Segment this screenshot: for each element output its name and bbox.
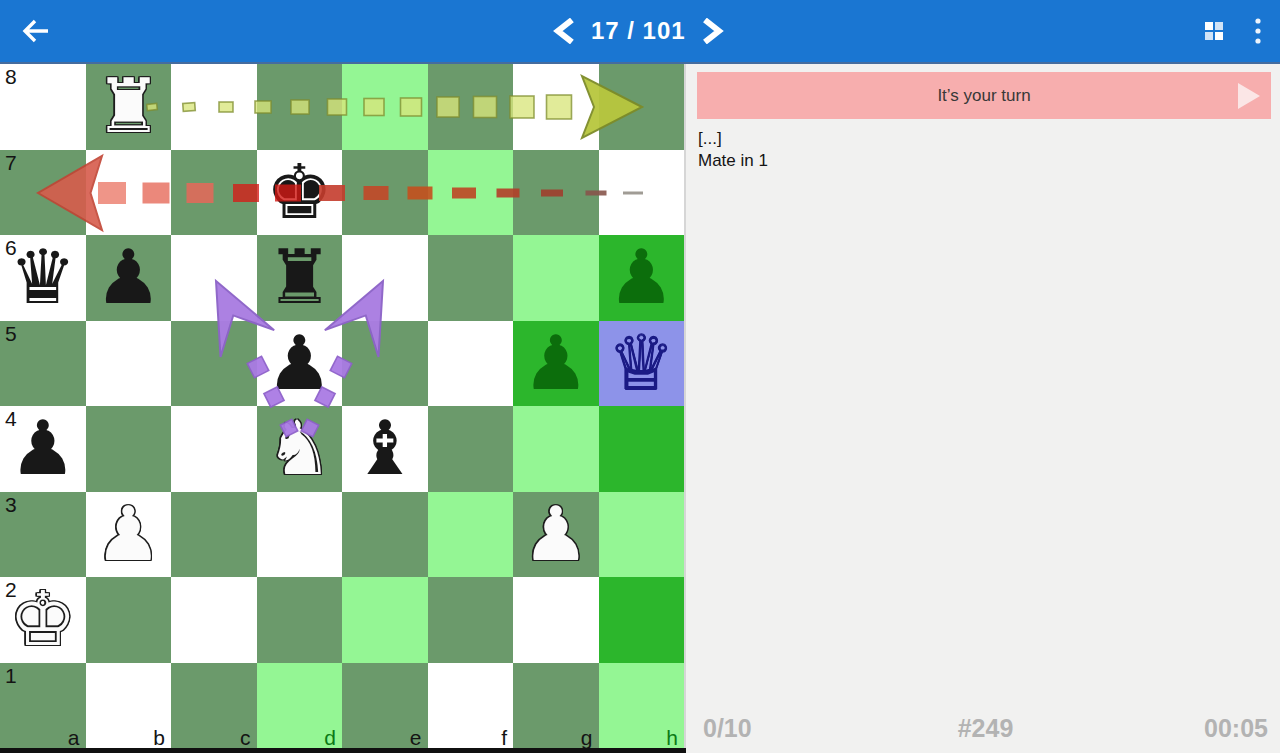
square-h7[interactable] bbox=[599, 150, 685, 236]
file-label-f: f bbox=[501, 726, 507, 750]
piece-white-queen-h5: ♕ bbox=[608, 326, 675, 401]
square-e7[interactable] bbox=[342, 150, 428, 236]
rank-label-7: 7 bbox=[5, 150, 17, 176]
file-label-a: a bbox=[68, 726, 80, 750]
play-icon bbox=[1238, 83, 1260, 109]
square-f8[interactable] bbox=[428, 64, 514, 150]
square-g2[interactable] bbox=[513, 577, 599, 663]
square-g6[interactable] bbox=[513, 235, 599, 321]
square-b5[interactable] bbox=[86, 321, 172, 407]
square-h6[interactable]: ♟ bbox=[599, 235, 685, 321]
file-label-b: b bbox=[153, 726, 165, 750]
puzzle-navigation: 17 / 101 bbox=[553, 0, 724, 62]
rank-label-6: 6 bbox=[5, 235, 17, 261]
square-a8[interactable]: 8 bbox=[0, 64, 86, 150]
square-d4[interactable]: ♞ bbox=[257, 406, 343, 492]
square-b7[interactable] bbox=[86, 150, 172, 236]
file-label-d: d bbox=[324, 726, 336, 750]
next-puzzle-chevron-icon[interactable] bbox=[702, 18, 724, 44]
piece-black-king-d7: ♚ bbox=[266, 155, 333, 230]
back-arrow-icon[interactable] bbox=[20, 15, 52, 47]
piece-black-pawn-h6: ♟ bbox=[608, 240, 675, 315]
square-e4[interactable]: ♝ bbox=[342, 406, 428, 492]
square-e6[interactable] bbox=[342, 235, 428, 321]
square-f5[interactable] bbox=[428, 321, 514, 407]
square-a6[interactable]: ♛6 bbox=[0, 235, 86, 321]
square-d3[interactable] bbox=[257, 492, 343, 578]
square-f1[interactable]: f bbox=[428, 663, 514, 749]
top-app-bar: 17 / 101 bbox=[0, 0, 1280, 62]
piece-white-rook-b8: ♜ bbox=[95, 69, 162, 144]
history-placeholder: [...] bbox=[698, 128, 1280, 150]
square-f4[interactable] bbox=[428, 406, 514, 492]
square-b6[interactable]: ♟ bbox=[86, 235, 172, 321]
square-c1[interactable]: c bbox=[171, 663, 257, 749]
square-a4[interactable]: ♟4 bbox=[0, 406, 86, 492]
rank-label-4: 4 bbox=[5, 406, 17, 432]
square-h1[interactable]: h bbox=[599, 663, 685, 749]
rank-label-5: 5 bbox=[5, 321, 17, 347]
square-e1[interactable]: e bbox=[342, 663, 428, 749]
square-g8[interactable] bbox=[513, 64, 599, 150]
rank-label-2: 2 bbox=[5, 577, 17, 603]
puzzle-counter: 17 / 101 bbox=[591, 17, 686, 45]
square-g1[interactable]: g bbox=[513, 663, 599, 749]
board-bottom-border bbox=[0, 748, 686, 753]
square-a7[interactable]: 7 bbox=[0, 150, 86, 236]
square-e2[interactable] bbox=[342, 577, 428, 663]
square-g3[interactable]: ♟ bbox=[513, 492, 599, 578]
square-f2[interactable] bbox=[428, 577, 514, 663]
overflow-menu-icon[interactable] bbox=[1254, 18, 1262, 44]
side-panel: It’s your turn [...] Mate in 1 0/10 #249… bbox=[686, 64, 1280, 753]
square-c5[interactable] bbox=[171, 321, 257, 407]
piece-black-pawn-b6: ♟ bbox=[95, 240, 162, 315]
square-h5[interactable]: ♕ bbox=[599, 321, 685, 407]
square-a3[interactable]: 3 bbox=[0, 492, 86, 578]
piece-white-pawn-b3: ♟ bbox=[95, 497, 162, 572]
square-b8[interactable]: ♜ bbox=[86, 64, 172, 150]
square-f3[interactable] bbox=[428, 492, 514, 578]
square-h3[interactable] bbox=[599, 492, 685, 578]
turn-banner-label: It’s your turn bbox=[937, 86, 1030, 106]
puzzle-goal: Mate in 1 bbox=[698, 150, 1280, 172]
square-h4[interactable] bbox=[599, 406, 685, 492]
square-c2[interactable] bbox=[171, 577, 257, 663]
file-label-h: h bbox=[666, 726, 678, 750]
square-c4[interactable] bbox=[171, 406, 257, 492]
square-d8[interactable] bbox=[257, 64, 343, 150]
piece-black-pawn-g5: ♟ bbox=[522, 326, 589, 401]
square-a2[interactable]: ♚2 bbox=[0, 577, 86, 663]
rank-label-1: 1 bbox=[5, 663, 17, 689]
square-a5[interactable]: 5 bbox=[0, 321, 86, 407]
square-c3[interactable] bbox=[171, 492, 257, 578]
square-d1[interactable]: d bbox=[257, 663, 343, 749]
piece-white-king-a2: ♚ bbox=[9, 582, 76, 657]
square-b4[interactable] bbox=[86, 406, 172, 492]
square-g7[interactable] bbox=[513, 150, 599, 236]
square-f6[interactable] bbox=[428, 235, 514, 321]
piece-black-queen-a6: ♛ bbox=[9, 240, 76, 315]
square-h8[interactable] bbox=[599, 64, 685, 150]
status-bar: 0/10 #249 00:05 bbox=[686, 714, 1280, 743]
file-label-c: c bbox=[240, 726, 251, 750]
piece-black-rook-d6: ♜ bbox=[266, 240, 333, 315]
square-e3[interactable] bbox=[342, 492, 428, 578]
square-a1[interactable]: 1a bbox=[0, 663, 86, 749]
square-d7[interactable]: ♚ bbox=[257, 150, 343, 236]
square-d6[interactable]: ♜ bbox=[257, 235, 343, 321]
square-d2[interactable] bbox=[257, 577, 343, 663]
piece-white-pawn-g3: ♟ bbox=[522, 497, 589, 572]
square-c8[interactable] bbox=[171, 64, 257, 150]
square-h2[interactable] bbox=[599, 577, 685, 663]
square-c6[interactable] bbox=[171, 235, 257, 321]
score-counter: 0/10 bbox=[703, 714, 891, 743]
square-e8[interactable] bbox=[342, 64, 428, 150]
square-g4[interactable] bbox=[513, 406, 599, 492]
square-f7[interactable] bbox=[428, 150, 514, 236]
turn-banner[interactable]: It’s your turn bbox=[697, 72, 1271, 119]
piece-white-knight-d4: ♞ bbox=[266, 411, 333, 486]
grid-view-icon[interactable] bbox=[1204, 21, 1224, 41]
square-e5[interactable] bbox=[342, 321, 428, 407]
file-label-g: g bbox=[581, 726, 593, 750]
piece-black-pawn-d5: ♟ bbox=[266, 326, 333, 401]
square-g5[interactable]: ♟ bbox=[513, 321, 599, 407]
move-history: [...] Mate in 1 bbox=[698, 128, 1280, 172]
square-b1[interactable]: b bbox=[86, 663, 172, 749]
square-c7[interactable] bbox=[171, 150, 257, 236]
rank-label-3: 3 bbox=[5, 492, 17, 518]
prev-puzzle-chevron-icon[interactable] bbox=[553, 18, 575, 44]
piece-black-bishop-e4: ♝ bbox=[351, 411, 418, 486]
rank-label-8: 8 bbox=[5, 64, 17, 90]
square-b2[interactable] bbox=[86, 577, 172, 663]
chess-board[interactable]: 8♜7♚♛6♟♜♟5♟♟♕♟4♞♝3♟♟♚21abcdefgh bbox=[0, 64, 684, 748]
file-label-e: e bbox=[410, 726, 422, 750]
puzzle-id: #249 bbox=[891, 714, 1079, 743]
timer: 00:05 bbox=[1080, 714, 1268, 743]
piece-black-pawn-a4: ♟ bbox=[9, 411, 76, 486]
square-b3[interactable]: ♟ bbox=[86, 492, 172, 578]
square-d5[interactable]: ♟ bbox=[257, 321, 343, 407]
